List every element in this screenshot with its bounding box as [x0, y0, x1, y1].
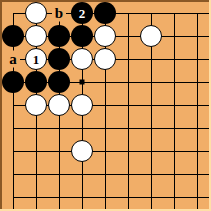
- black-stone-c5r1: [94, 2, 116, 24]
- grid-line-horizontal: [13, 128, 211, 129]
- white-stone-c4r5: [71, 94, 93, 116]
- grid-line-horizontal: [13, 151, 211, 152]
- board-border-right: [209, 0, 211, 211]
- white-stone-c2r3: 1: [25, 48, 47, 70]
- hoshi-star-point: [80, 80, 85, 85]
- go-board: b2a1: [0, 0, 211, 211]
- black-stone-c3r2: [48, 25, 70, 47]
- white-stone-c3r5: [48, 94, 70, 116]
- white-stone-c5r2: [94, 25, 116, 47]
- black-stone-c3r3: [48, 48, 70, 70]
- board-border-top: [0, 0, 211, 2]
- point-label-a: a: [6, 51, 20, 68]
- grid-line-vertical: [197, 13, 198, 211]
- black-stone-c1r4: [2, 71, 24, 93]
- board-border-left: [0, 0, 2, 211]
- white-stone-c7r2: [140, 25, 162, 47]
- grid-line-horizontal: [13, 197, 211, 198]
- grid-line-vertical: [128, 13, 129, 211]
- black-stone-c4r1: 2: [71, 2, 93, 24]
- white-stone-c2r1: [25, 2, 47, 24]
- point-label-b: b: [52, 5, 66, 22]
- white-stone-c5r3: [94, 48, 116, 70]
- black-stone-c4r2: [71, 25, 93, 47]
- grid-line-vertical: [174, 13, 175, 211]
- go-diagram: b2a1: [0, 0, 211, 211]
- black-stone-c3r4: [48, 71, 70, 93]
- board-border-bottom: [0, 209, 211, 211]
- black-stone-c2r4: [25, 71, 47, 93]
- white-stone-c2r5: [25, 94, 47, 116]
- black-stone-c1r2: [2, 25, 24, 47]
- white-stone-c2r2: [25, 25, 47, 47]
- white-stone-c4r3: [71, 48, 93, 70]
- grid-line-horizontal: [13, 174, 211, 175]
- white-stone-c4r7: [71, 140, 93, 162]
